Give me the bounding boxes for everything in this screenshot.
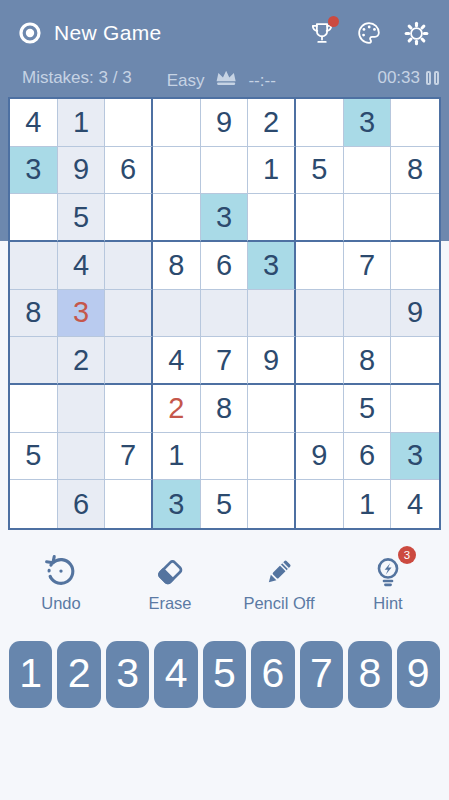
undo-icon	[42, 553, 80, 591]
number-pad: 123456789	[9, 641, 440, 708]
status-bar: Mistakes: 3 / 3 Easy --:-- 00:33	[0, 62, 449, 96]
sudoku-app: New Game	[0, 0, 449, 800]
cell-r2c1[interactable]: 3	[10, 147, 58, 195]
cell-r9c5[interactable]: 5	[201, 480, 249, 528]
cell-r5c1[interactable]: 8	[10, 290, 58, 338]
pencil-icon	[260, 553, 298, 591]
cell-r3c1[interactable]	[10, 194, 58, 242]
numpad-key-2[interactable]: 2	[57, 641, 100, 708]
cell-r6c6[interactable]: 9	[248, 337, 296, 385]
cell-r1c8[interactable]: 3	[344, 99, 392, 147]
cell-r7c4[interactable]: 2	[153, 385, 201, 433]
cell-r7c7[interactable]	[296, 385, 344, 433]
numpad-key-3[interactable]: 3	[106, 641, 149, 708]
difficulty-label: Easy	[167, 71, 205, 91]
difficulty-group: Easy --:--	[167, 68, 276, 93]
cell-r1c3[interactable]	[105, 99, 153, 147]
cell-r9c1[interactable]	[10, 480, 58, 528]
cell-r8c5[interactable]	[201, 433, 249, 481]
hint-bulb-icon: 3	[369, 553, 407, 591]
hint-button[interactable]: 3 Hint	[349, 553, 427, 619]
cell-r4c1[interactable]	[10, 242, 58, 290]
numpad-key-1[interactable]: 1	[9, 641, 52, 708]
numpad-key-7[interactable]: 7	[300, 641, 343, 708]
cell-r8c7[interactable]: 9	[296, 433, 344, 481]
cell-r5c6[interactable]	[248, 290, 296, 338]
cell-r8c8[interactable]: 6	[344, 433, 392, 481]
cell-r9c9[interactable]: 4	[391, 480, 439, 528]
cell-r6c7[interactable]	[296, 337, 344, 385]
numpad-key-9[interactable]: 9	[397, 641, 440, 708]
numpad-key-4[interactable]: 4	[154, 641, 197, 708]
cell-r3c5[interactable]: 3	[201, 194, 249, 242]
pencil-toggle-button[interactable]: Pencil Off	[240, 553, 318, 619]
hint-label: Hint	[373, 594, 402, 613]
crown-icon	[213, 68, 239, 93]
cell-r4c6[interactable]: 3	[248, 242, 296, 290]
app-bar-actions	[307, 18, 431, 48]
cell-r6c8[interactable]: 8	[344, 337, 392, 385]
cell-r8c4[interactable]: 1	[153, 433, 201, 481]
page-title: New Game	[54, 21, 161, 45]
trophy-notification-dot	[328, 16, 339, 27]
record-icon	[18, 21, 42, 45]
cell-r1c1[interactable]: 4	[10, 99, 58, 147]
cell-r9c8[interactable]: 1	[344, 480, 392, 528]
cell-r6c4[interactable]: 4	[153, 337, 201, 385]
cell-r8c1[interactable]: 5	[10, 433, 58, 481]
cell-r6c3[interactable]	[105, 337, 153, 385]
best-time-label: --:--	[248, 71, 275, 91]
palette-icon[interactable]	[354, 18, 384, 48]
cell-r8c9[interactable]: 3	[391, 433, 439, 481]
cell-r8c3[interactable]: 7	[105, 433, 153, 481]
cell-r7c8[interactable]: 5	[344, 385, 392, 433]
cell-r3c2[interactable]: 5	[58, 194, 106, 242]
cell-r5c2[interactable]: 3	[58, 290, 106, 338]
hint-count-badge: 3	[398, 546, 416, 564]
cell-r6c9[interactable]	[391, 337, 439, 385]
cell-r2c7[interactable]: 5	[296, 147, 344, 195]
cell-r2c2[interactable]: 9	[58, 147, 106, 195]
cell-r6c2[interactable]: 2	[58, 337, 106, 385]
toolbar: Undo Erase	[0, 553, 449, 619]
numpad-key-8[interactable]: 8	[348, 641, 391, 708]
cell-r2c9[interactable]: 8	[391, 147, 439, 195]
cell-r7c1[interactable]	[10, 385, 58, 433]
cell-r2c8[interactable]	[344, 147, 392, 195]
timer-value: 00:33	[377, 68, 420, 88]
sudoku-board: 4192339615853486378392479828557196363514	[8, 97, 441, 530]
cell-r7c2[interactable]	[58, 385, 106, 433]
cell-r8c2[interactable]	[58, 433, 106, 481]
cell-r4c3[interactable]	[105, 242, 153, 290]
cell-r2c4[interactable]	[153, 147, 201, 195]
cell-r5c3[interactable]	[105, 290, 153, 338]
undo-button[interactable]: Undo	[22, 553, 100, 619]
cell-r9c6[interactable]	[248, 480, 296, 528]
cell-r1c2[interactable]: 1	[58, 99, 106, 147]
cell-r7c9[interactable]	[391, 385, 439, 433]
undo-label: Undo	[41, 594, 80, 613]
pencil-label: Pencil Off	[243, 594, 314, 613]
cell-r1c5[interactable]: 9	[201, 99, 249, 147]
cell-r7c3[interactable]	[105, 385, 153, 433]
cell-r9c7[interactable]	[296, 480, 344, 528]
cell-r1c7[interactable]	[296, 99, 344, 147]
cell-r3c6[interactable]	[248, 194, 296, 242]
cell-r9c3[interactable]	[105, 480, 153, 528]
numpad-key-5[interactable]: 5	[203, 641, 246, 708]
cell-r3c8[interactable]	[344, 194, 392, 242]
pause-icon[interactable]	[426, 71, 439, 85]
cell-r3c7[interactable]	[296, 194, 344, 242]
cell-r7c6[interactable]	[248, 385, 296, 433]
cell-r1c6[interactable]: 2	[248, 99, 296, 147]
trophy-icon[interactable]	[307, 18, 337, 48]
cell-r3c9[interactable]	[391, 194, 439, 242]
cell-r9c4[interactable]: 3	[153, 480, 201, 528]
cell-r2c3[interactable]: 6	[105, 147, 153, 195]
cell-r4c2[interactable]: 4	[58, 242, 106, 290]
cell-r5c4[interactable]	[153, 290, 201, 338]
gear-icon[interactable]	[401, 18, 431, 48]
cell-r5c7[interactable]	[296, 290, 344, 338]
cell-r8c6[interactable]	[248, 433, 296, 481]
cell-r5c9[interactable]: 9	[391, 290, 439, 338]
cell-r5c8[interactable]	[344, 290, 392, 338]
cell-r4c4[interactable]: 8	[153, 242, 201, 290]
timer-group: 00:33	[377, 68, 439, 88]
erase-button[interactable]: Erase	[131, 553, 209, 619]
cell-r4c9[interactable]	[391, 242, 439, 290]
cell-r5c5[interactable]	[201, 290, 249, 338]
cell-r6c1[interactable]	[10, 337, 58, 385]
cell-r1c4[interactable]	[153, 99, 201, 147]
erase-label: Erase	[148, 594, 191, 613]
eraser-icon	[151, 553, 189, 591]
mistakes-counter: Mistakes: 3 / 3	[22, 68, 132, 88]
app-bar: New Game	[0, 10, 449, 56]
cell-r2c6[interactable]: 1	[248, 147, 296, 195]
numpad-key-6[interactable]: 6	[251, 641, 294, 708]
cell-r6c5[interactable]: 7	[201, 337, 249, 385]
cell-r9c2[interactable]: 6	[58, 480, 106, 528]
cell-r2c5[interactable]	[201, 147, 249, 195]
cell-r4c8[interactable]: 7	[344, 242, 392, 290]
cell-r3c4[interactable]	[153, 194, 201, 242]
cell-r4c5[interactable]: 6	[201, 242, 249, 290]
cell-r7c5[interactable]: 8	[201, 385, 249, 433]
cell-r3c3[interactable]	[105, 194, 153, 242]
cell-r1c9[interactable]	[391, 99, 439, 147]
cell-r4c7[interactable]	[296, 242, 344, 290]
